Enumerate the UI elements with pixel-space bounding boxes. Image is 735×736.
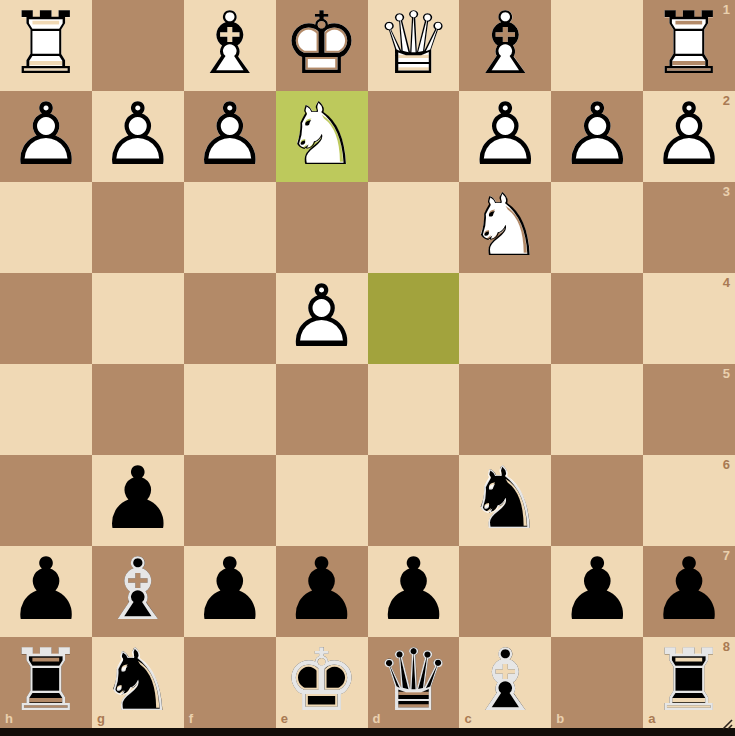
- square-c8[interactable]: ♝♗c: [459, 637, 551, 728]
- square-c3[interactable]: ♞♘: [459, 182, 551, 273]
- black-knight[interactable]: ♞♘: [92, 637, 184, 728]
- rank-label: 7: [723, 549, 730, 562]
- square-d4[interactable]: [368, 273, 460, 364]
- piece-glyph-outline: ♘: [467, 182, 544, 268]
- black-rook[interactable]: ♜♖: [643, 637, 735, 728]
- piece-glyph-outline: ♙: [7, 91, 84, 177]
- square-a3[interactable]: 3: [643, 182, 735, 273]
- white-rook[interactable]: ♜♖: [0, 0, 92, 91]
- square-c6[interactable]: ♞♘: [459, 455, 551, 546]
- black-pawn[interactable]: ♟: [184, 546, 276, 637]
- square-a6[interactable]: 6: [643, 455, 735, 546]
- white-pawn[interactable]: ♟♙: [459, 91, 551, 182]
- square-h5[interactable]: [0, 364, 92, 455]
- piece-glyph-outline: ♖: [651, 637, 728, 723]
- square-g1[interactable]: [92, 0, 184, 91]
- file-label: f: [189, 712, 193, 725]
- file-label: a: [648, 712, 655, 725]
- rank-label: 4: [723, 276, 730, 289]
- piece-glyph-fill: ♟: [559, 546, 636, 632]
- black-pawn[interactable]: ♟: [643, 546, 735, 637]
- square-c4[interactable]: [459, 273, 551, 364]
- square-h7[interactable]: ♟: [0, 546, 92, 637]
- file-label: d: [373, 712, 381, 725]
- piece-glyph-outline: ♘: [283, 91, 360, 177]
- square-e4[interactable]: ♟♙: [276, 273, 368, 364]
- square-c5[interactable]: [459, 364, 551, 455]
- square-g3[interactable]: [92, 182, 184, 273]
- square-g2[interactable]: ♟♙: [92, 91, 184, 182]
- file-label: b: [556, 712, 564, 725]
- square-c1[interactable]: ♝♗: [459, 0, 551, 91]
- square-e2[interactable]: ♞♘: [276, 91, 368, 182]
- white-bishop[interactable]: ♝♗: [184, 0, 276, 91]
- square-b3[interactable]: [551, 182, 643, 273]
- piece-glyph-outline: ♗: [467, 637, 544, 723]
- square-d2[interactable]: [368, 91, 460, 182]
- rank-label: 8: [723, 640, 730, 653]
- file-label: g: [97, 712, 105, 725]
- square-c2[interactable]: ♟♙: [459, 91, 551, 182]
- square-h4[interactable]: [0, 273, 92, 364]
- piece-glyph-fill: ♟: [375, 546, 452, 632]
- square-d1[interactable]: ♛♕: [368, 0, 460, 91]
- white-bishop[interactable]: ♝♗: [459, 0, 551, 91]
- rank-label: 2: [723, 94, 730, 107]
- square-b1[interactable]: [551, 0, 643, 91]
- rank-label: 3: [723, 185, 730, 198]
- square-f8[interactable]: f: [184, 637, 276, 728]
- piece-glyph-outline: ♘: [467, 455, 544, 541]
- black-pawn[interactable]: ♟: [92, 455, 184, 546]
- chess-board-app: ♜♖♝♗♚♔♛♕♝♗♜♖1♟♙♟♙♟♙♞♘♟♙♟♙♟♙2♞♘3♟♙45♟♞♘6♟…: [0, 0, 735, 736]
- white-pawn[interactable]: ♟♙: [92, 91, 184, 182]
- square-e8[interactable]: ♚♔e: [276, 637, 368, 728]
- square-b7[interactable]: ♟: [551, 546, 643, 637]
- square-e6[interactable]: [276, 455, 368, 546]
- piece-glyph-outline: ♙: [191, 91, 268, 177]
- file-label: e: [281, 712, 288, 725]
- square-a7[interactable]: ♟7: [643, 546, 735, 637]
- square-g8[interactable]: ♞♘g: [92, 637, 184, 728]
- piece-glyph-outline: ♗: [191, 0, 268, 86]
- white-pawn[interactable]: ♟♙: [276, 273, 368, 364]
- square-e1[interactable]: ♚♔: [276, 0, 368, 91]
- rank-label: 5: [723, 367, 730, 380]
- square-g5[interactable]: [92, 364, 184, 455]
- square-g7[interactable]: ♝♗: [92, 546, 184, 637]
- square-f4[interactable]: [184, 273, 276, 364]
- piece-glyph-outline: ♙: [559, 91, 636, 177]
- square-e7[interactable]: ♟: [276, 546, 368, 637]
- resize-handle-icon[interactable]: [719, 716, 733, 730]
- piece-glyph-outline: ♕: [375, 637, 452, 723]
- square-a2[interactable]: ♟♙2: [643, 91, 735, 182]
- piece-glyph-outline: ♗: [467, 0, 544, 86]
- square-d3[interactable]: [368, 182, 460, 273]
- square-d6[interactable]: [368, 455, 460, 546]
- piece-glyph-outline: ♘: [99, 637, 176, 723]
- square-a1[interactable]: ♜♖1: [643, 0, 735, 91]
- rank-label: 1: [723, 3, 730, 16]
- piece-glyph-outline: ♖: [651, 0, 728, 86]
- piece-glyph-outline: ♗: [99, 546, 176, 632]
- piece-glyph-fill: ♟: [99, 455, 176, 541]
- black-pawn[interactable]: ♟: [368, 546, 460, 637]
- square-g6[interactable]: ♟: [92, 455, 184, 546]
- chess-board: ♜♖♝♗♚♔♛♕♝♗♜♖1♟♙♟♙♟♙♞♘♟♙♟♙♟♙2♞♘3♟♙45♟♞♘6♟…: [0, 0, 735, 728]
- square-h8[interactable]: ♜♖h: [0, 637, 92, 728]
- black-bishop[interactable]: ♝♗: [92, 546, 184, 637]
- white-queen[interactable]: ♛♕: [368, 0, 460, 91]
- file-label: c: [464, 712, 471, 725]
- piece-glyph-outline: ♕: [375, 0, 452, 86]
- square-b6[interactable]: [551, 455, 643, 546]
- square-f1[interactable]: ♝♗: [184, 0, 276, 91]
- piece-glyph-outline: ♔: [283, 637, 360, 723]
- square-g4[interactable]: [92, 273, 184, 364]
- square-f3[interactable]: [184, 182, 276, 273]
- black-pawn[interactable]: ♟: [551, 546, 643, 637]
- square-f2[interactable]: ♟♙: [184, 91, 276, 182]
- piece-glyph-outline: ♖: [7, 0, 84, 86]
- black-bishop[interactable]: ♝♗: [459, 637, 551, 728]
- square-c7[interactable]: [459, 546, 551, 637]
- square-d5[interactable]: [368, 364, 460, 455]
- white-king[interactable]: ♚♔: [276, 0, 368, 91]
- square-d7[interactable]: ♟: [368, 546, 460, 637]
- square-b8[interactable]: b: [551, 637, 643, 728]
- square-h6[interactable]: [0, 455, 92, 546]
- piece-glyph-fill: ♟: [283, 546, 360, 632]
- piece-glyph-outline: ♙: [283, 273, 360, 359]
- square-b4[interactable]: [551, 273, 643, 364]
- square-a4[interactable]: 4: [643, 273, 735, 364]
- square-e5[interactable]: [276, 364, 368, 455]
- rank-label: 6: [723, 458, 730, 471]
- white-knight[interactable]: ♞♘: [459, 182, 551, 273]
- square-f6[interactable]: [184, 455, 276, 546]
- square-a8[interactable]: ♜♖8a: [643, 637, 735, 728]
- white-knight[interactable]: ♞♘: [276, 91, 368, 182]
- black-king[interactable]: ♚♔: [276, 637, 368, 728]
- piece-glyph-outline: ♔: [283, 0, 360, 86]
- white-pawn[interactable]: ♟♙: [0, 91, 92, 182]
- file-label: h: [5, 712, 13, 725]
- white-pawn[interactable]: ♟♙: [184, 91, 276, 182]
- square-e3[interactable]: [276, 182, 368, 273]
- square-b5[interactable]: [551, 364, 643, 455]
- piece-glyph-outline: ♙: [467, 91, 544, 177]
- square-f5[interactable]: [184, 364, 276, 455]
- piece-glyph-fill: ♟: [191, 546, 268, 632]
- white-rook[interactable]: ♜♖: [643, 0, 735, 91]
- square-f7[interactable]: ♟: [184, 546, 276, 637]
- white-pawn[interactable]: ♟♙: [643, 91, 735, 182]
- square-h3[interactable]: [0, 182, 92, 273]
- piece-glyph-outline: ♖: [7, 637, 84, 723]
- white-pawn[interactable]: ♟♙: [551, 91, 643, 182]
- piece-glyph-outline: ♙: [99, 91, 176, 177]
- square-h2[interactable]: ♟♙: [0, 91, 92, 182]
- black-pawn[interactable]: ♟: [0, 546, 92, 637]
- bottom-strip: [0, 728, 735, 736]
- piece-glyph-fill: ♟: [651, 546, 728, 632]
- piece-glyph-outline: ♙: [651, 91, 728, 177]
- black-rook[interactable]: ♜♖: [0, 637, 92, 728]
- black-pawn[interactable]: ♟: [276, 546, 368, 637]
- square-a5[interactable]: 5: [643, 364, 735, 455]
- piece-glyph-fill: ♟: [7, 546, 84, 632]
- square-d8[interactable]: ♛♕d: [368, 637, 460, 728]
- black-queen[interactable]: ♛♕: [368, 637, 460, 728]
- square-h1[interactable]: ♜♖: [0, 0, 92, 91]
- square-b2[interactable]: ♟♙: [551, 91, 643, 182]
- black-knight[interactable]: ♞♘: [459, 455, 551, 546]
